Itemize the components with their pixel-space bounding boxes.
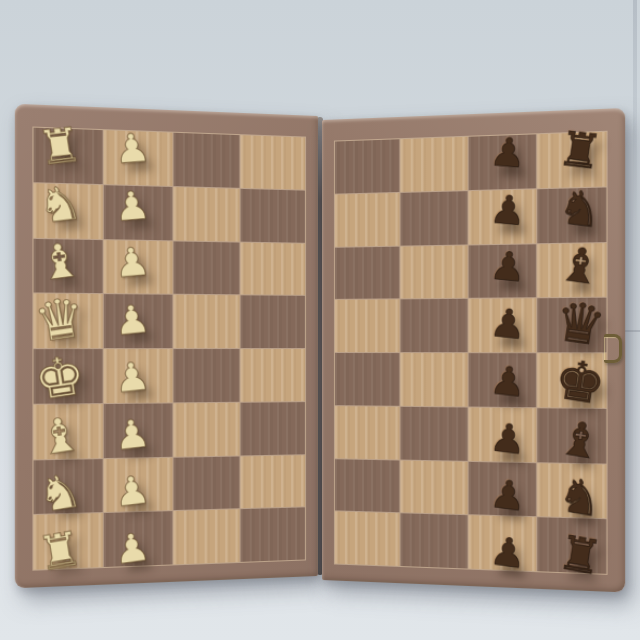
square-h7: ♟ [468,515,536,571]
square-a7: ♟ [468,134,536,190]
square-g4 [240,455,305,509]
square-g8: ♞ [537,463,606,519]
square-e1: ♚ [34,349,103,403]
square-a6 [401,137,467,192]
black-rook-piece: ♜ [555,125,605,177]
square-h5 [335,512,400,566]
white-knight-piece: ♞ [35,178,85,230]
square-e2: ♟ [104,349,172,403]
square-d2: ♟ [104,294,172,348]
square-d3 [173,295,239,348]
chess-board: ♜♟♞♟♝♟♛♟♚♟♝♟♞♟♜♟ ♟♜♟♞♟♝♟♛♟♚♟♝♟♞♟♜ [28,116,612,576]
square-b4 [240,189,305,243]
square-b7: ♟ [468,189,536,244]
square-f7: ♟ [468,407,536,461]
square-e5 [335,353,400,406]
square-d8: ♛ [537,298,606,352]
black-pawn-piece: ♟ [488,132,528,174]
square-c2: ♟ [104,240,172,294]
square-b6 [401,191,467,245]
square-a3 [173,133,239,188]
black-bishop-piece: ♝ [555,413,605,466]
square-h2: ♟ [104,511,172,567]
square-h3 [173,509,239,564]
black-pawn-piece: ♟ [488,303,528,346]
white-rook-piece: ♜ [35,524,85,578]
square-a2: ♟ [104,130,172,186]
square-h4 [240,508,305,562]
square-b8: ♞ [537,187,606,243]
white-rook-piece: ♜ [35,120,85,171]
square-c1: ♝ [34,238,103,293]
white-pawn-piece: ♟ [112,299,152,342]
square-g6 [401,460,467,514]
black-pawn-piece: ♟ [488,189,528,231]
square-g3 [173,456,239,510]
square-f3 [173,403,239,457]
square-g2: ♟ [104,457,172,512]
white-knight-piece: ♞ [35,467,85,521]
square-a5 [335,139,400,193]
square-f8: ♝ [537,408,606,463]
square-c5 [335,246,400,299]
white-bishop-piece: ♝ [35,409,85,462]
white-pawn-piece: ♟ [112,470,152,513]
white-pawn-piece: ♟ [112,185,152,227]
black-knight-piece: ♞ [555,471,605,525]
square-b1: ♞ [34,183,103,239]
square-d5 [335,300,400,352]
square-g1: ♞ [34,459,103,515]
black-pawn-piece: ♟ [488,246,528,288]
black-pawn-piece: ♟ [488,417,528,460]
white-pawn-piece: ♟ [112,527,152,571]
square-c8: ♝ [537,243,606,298]
board-right-half: ♟♜♟♞♟♝♟♛♟♚♟♝♟♞♟♜ [322,108,625,592]
white-queen-piece: ♛ [31,289,89,350]
square-c6 [401,245,467,299]
square-g5 [335,459,400,513]
black-pawn-piece: ♟ [488,360,528,403]
square-d4 [240,296,305,348]
square-a4 [240,135,305,189]
square-f4 [240,402,305,455]
black-bishop-piece: ♝ [555,240,605,292]
background-wall-corner-line [633,0,637,225]
square-e6 [401,353,467,406]
board-grid-left: ♜♟♞♟♝♟♛♟♚♟♝♟♞♟♜♟ [34,128,306,570]
white-bishop-piece: ♝ [35,236,85,288]
square-c3 [173,241,239,295]
photo-scene: ♜♟♞♟♝♟♛♟♚♟♝♟♞♟♜♟ ♟♜♟♞♟♝♟♛♟♚♟♝♟♞♟♜ [0,0,640,640]
black-pawn-piece: ♟ [488,531,528,575]
square-b3 [173,187,239,241]
square-b2: ♟ [104,185,172,240]
square-c4 [240,242,305,295]
white-king-piece: ♚ [31,347,89,408]
black-queen-piece: ♛ [551,294,609,355]
square-d6 [401,299,467,352]
square-b5 [335,193,400,247]
black-knight-piece: ♞ [555,182,605,234]
board-left-half: ♜♟♞♟♝♟♛♟♚♟♝♟♞♟♜♟ [15,104,318,588]
square-f1: ♝ [34,404,103,459]
square-g7: ♟ [468,461,536,516]
board-grid-right: ♟♜♟♞♟♝♟♛♟♚♟♝♟♞♟♜ [335,132,607,574]
white-pawn-piece: ♟ [112,356,152,399]
square-c7: ♟ [468,244,536,298]
square-e4 [240,349,305,401]
square-f5 [335,406,400,459]
black-king-piece: ♚ [551,351,609,412]
square-d1: ♛ [34,294,103,348]
square-f2: ♟ [104,403,172,457]
square-h6 [401,514,467,569]
brass-clasp-icon [604,334,622,363]
white-pawn-piece: ♟ [112,128,152,170]
square-e7: ♟ [468,353,536,407]
black-rook-piece: ♜ [555,528,605,582]
square-d7: ♟ [468,299,536,353]
black-pawn-piece: ♟ [488,474,528,518]
square-f6 [401,407,467,461]
white-pawn-piece: ♟ [112,413,152,456]
square-e3 [173,349,239,402]
square-e8: ♚ [537,353,606,407]
white-pawn-piece: ♟ [112,242,152,284]
